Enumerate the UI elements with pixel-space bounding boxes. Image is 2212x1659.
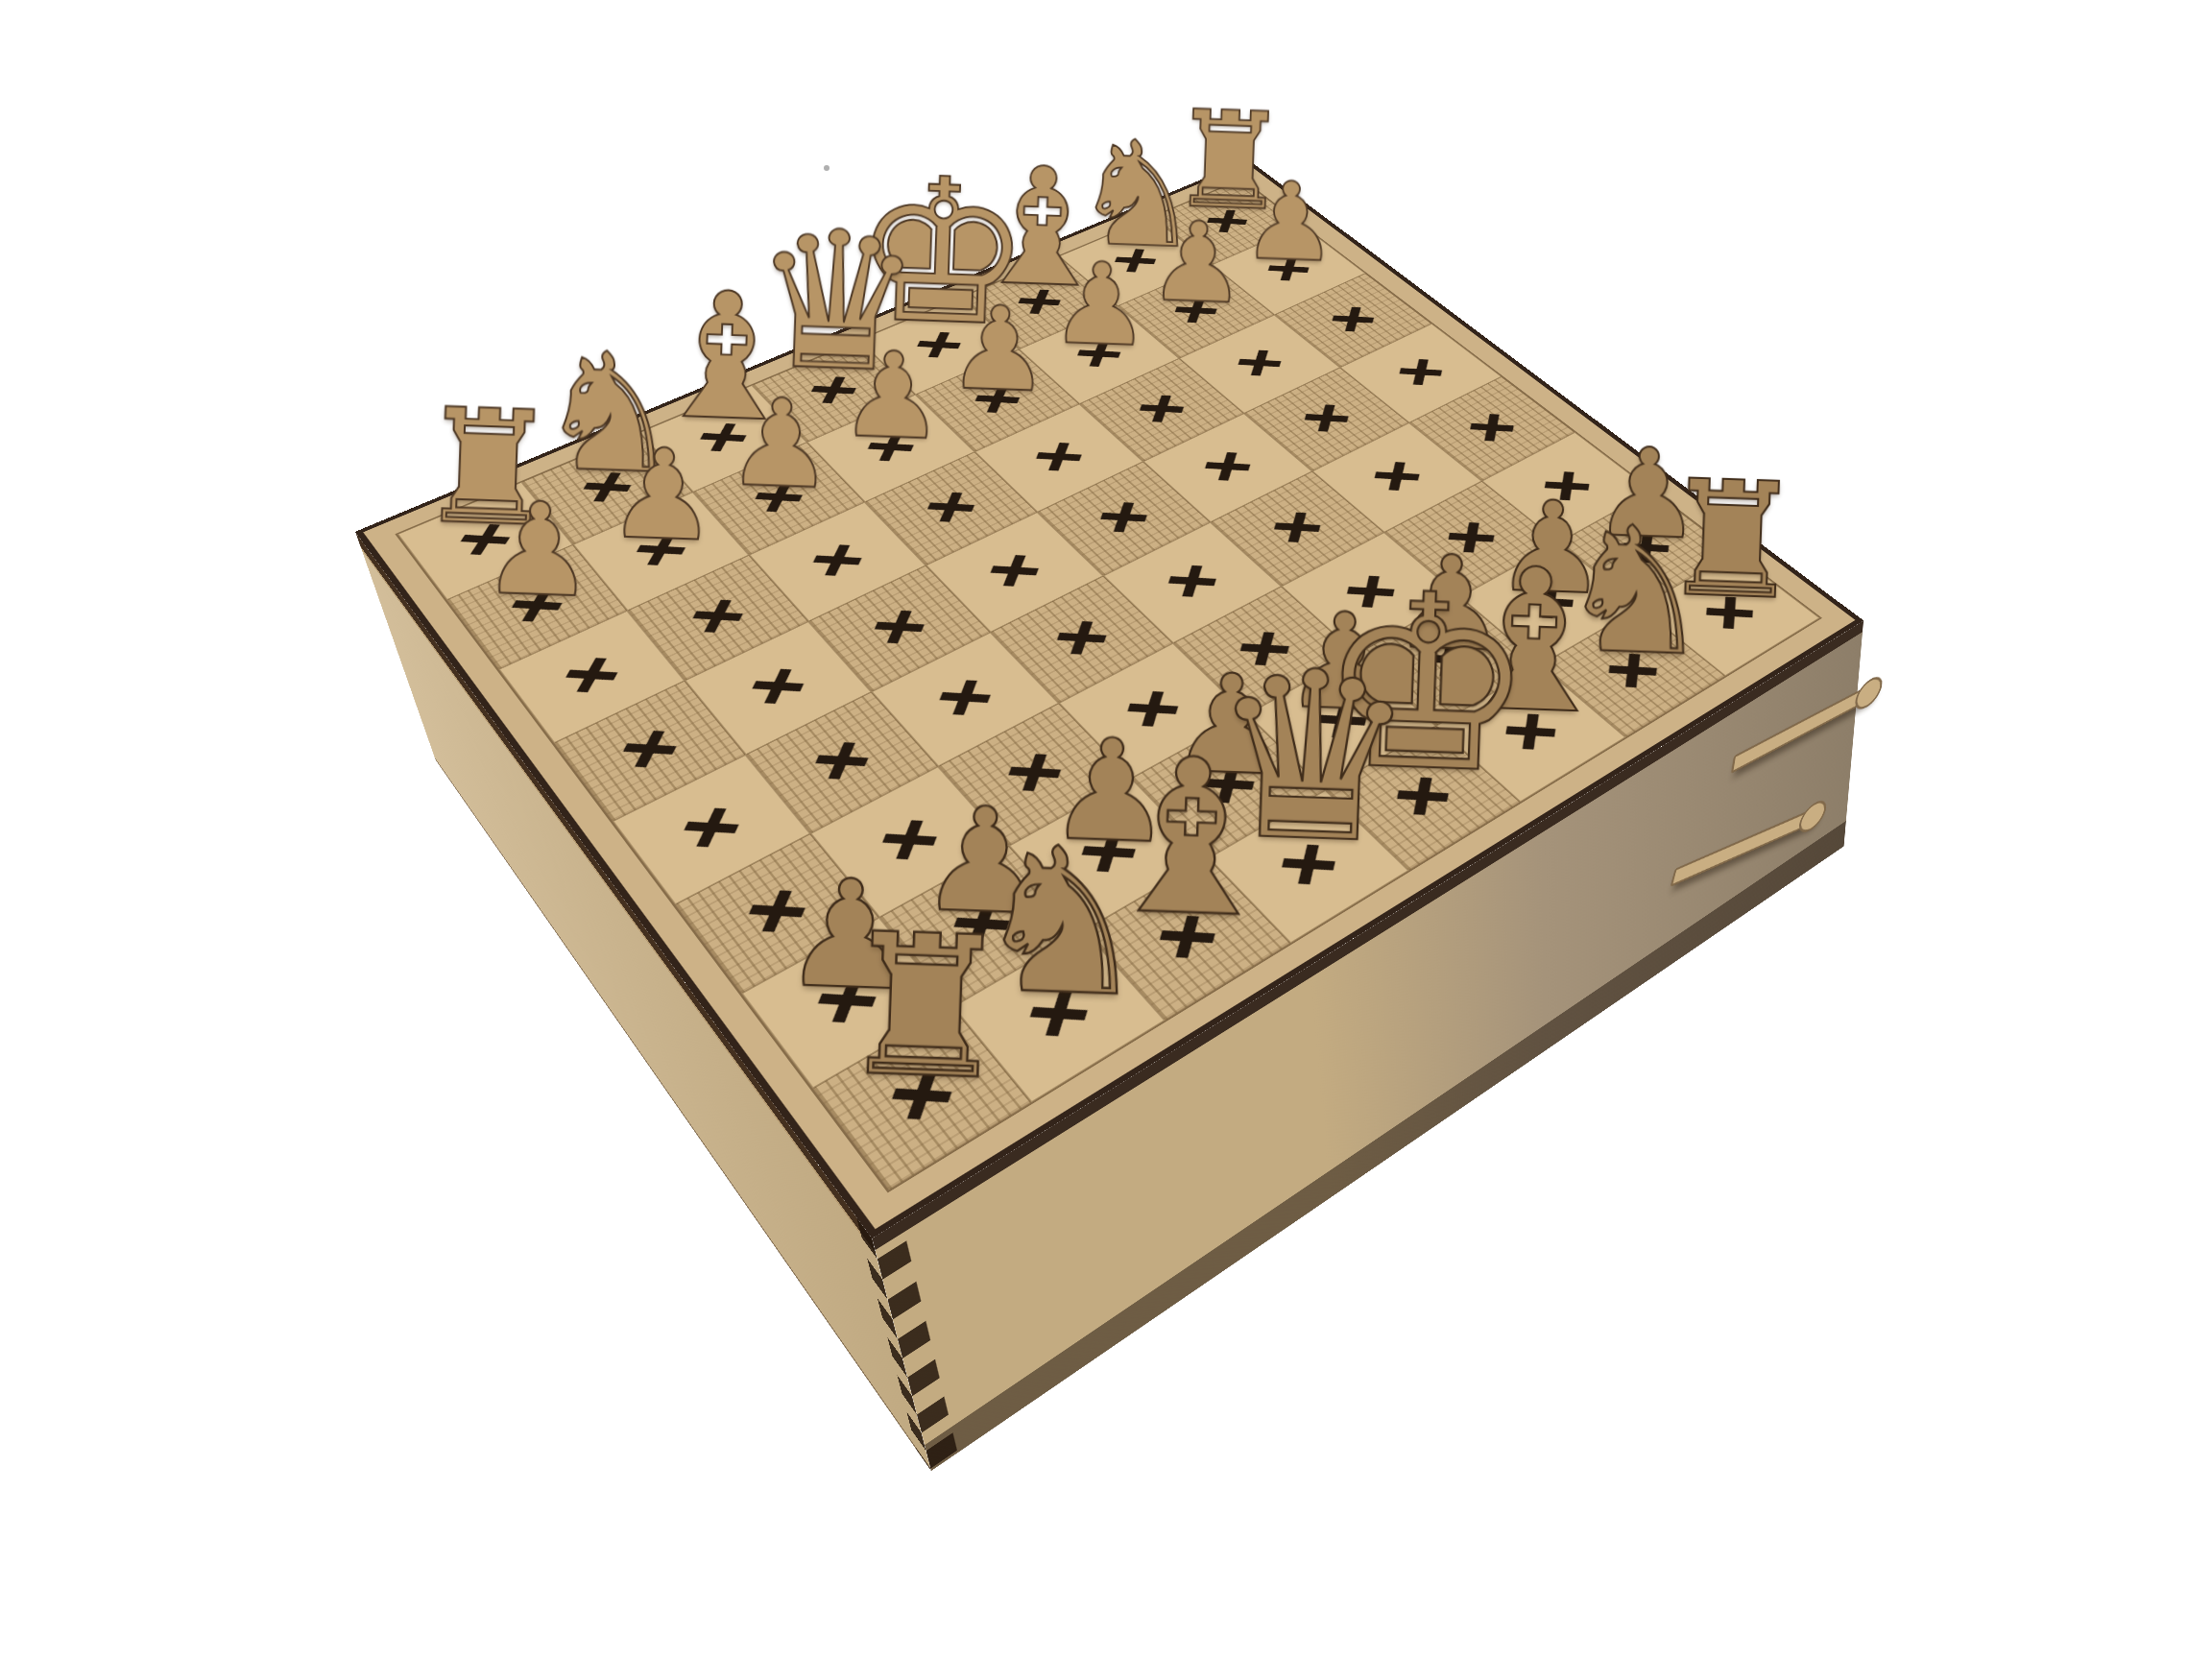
plus-slot-cut	[1235, 349, 1284, 377]
piece-glyph: ♜	[834, 906, 1016, 1108]
square-a4[interactable]	[613, 755, 810, 904]
plus-slot-cut	[677, 806, 746, 848]
plus-slot-cut	[630, 533, 692, 566]
plus-slot-cut	[805, 375, 861, 404]
plus-slot-cut	[1265, 256, 1311, 281]
square-a6[interactable]	[499, 611, 685, 743]
plus-slot-cut	[1096, 501, 1151, 533]
plus-slot-cut	[1052, 620, 1111, 656]
plus-slot-cut	[1204, 209, 1250, 233]
plus-slot-cut	[615, 730, 684, 769]
square-b6[interactable]	[627, 555, 808, 681]
plus-slot-cut	[1271, 512, 1324, 543]
plus-slot-cut	[746, 668, 810, 706]
chess-box: ♜♞♝♛♚♝♞♜♟♟♟♟♟♟♟♟♟♟♟♟♟♟♟♟♜♞♝♛♚♝♞♜	[355, 160, 1863, 1238]
board-lid: ♜♞♝♛♚♝♞♜♟♟♟♟♟♟♟♟♟♟♟♟♟♟♟♟♜♞♝♛♚♝♞♜	[355, 160, 1863, 1238]
plus-slot-cut	[558, 657, 624, 693]
square-a5[interactable]	[554, 681, 746, 822]
plus-slot-cut	[934, 679, 996, 716]
plus-slot-cut	[749, 481, 808, 513]
plus-slot-cut	[1111, 248, 1159, 273]
plus-slot-cut	[1330, 306, 1377, 333]
piece-glyph: ♟	[480, 484, 599, 615]
plus-slot-cut	[1014, 289, 1065, 315]
plus-slot-cut	[986, 554, 1044, 588]
plus-slot-cut	[1302, 403, 1352, 432]
square-c5[interactable]	[808, 565, 990, 692]
plus-slot-cut	[1073, 340, 1124, 368]
plus-slot-cut	[1397, 358, 1444, 386]
plus-slot-cut	[1032, 442, 1086, 472]
plus-slot-cut	[923, 492, 979, 523]
square-b5[interactable]	[685, 621, 871, 755]
plus-slot-cut	[694, 422, 753, 452]
dust-speck	[824, 165, 829, 171]
plus-slot-cut	[1171, 298, 1220, 324]
plus-slot-cut	[862, 432, 919, 462]
square-d4[interactable]	[991, 576, 1173, 704]
plus-slot-cut	[1136, 395, 1188, 423]
plus-slot-cut	[971, 385, 1024, 414]
plus-slot-cut	[912, 331, 965, 358]
plus-slot-cut	[1468, 413, 1516, 442]
square-b4[interactable]	[746, 692, 938, 834]
plus-slot-cut	[686, 599, 750, 635]
plus-slot-cut	[1165, 565, 1220, 598]
plus-slot-cut	[807, 543, 867, 577]
plus-slot-cut	[1201, 451, 1253, 482]
plus-slot-cut	[869, 610, 929, 645]
plus-slot-cut	[1372, 461, 1422, 492]
upper-latch-handle[interactable]	[1731, 682, 1875, 774]
plus-slot-cut	[809, 741, 875, 781]
photo-scene: ♜♞♝♛♚♝♞♜♟♟♟♟♟♟♟♟♟♟♟♟♟♟♟♟♜♞♝♛♚♝♞♜	[0, 0, 2212, 1659]
square-c4[interactable]	[872, 633, 1059, 767]
lower-latch-handle[interactable]	[1671, 805, 1820, 887]
